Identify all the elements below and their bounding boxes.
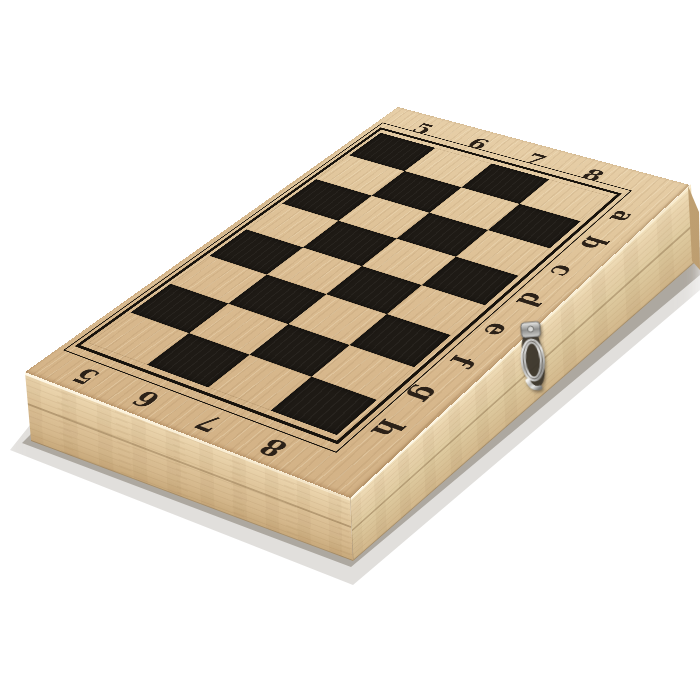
clasp-icon xyxy=(508,316,560,408)
product-photo: hgfedcba56785678 xyxy=(0,0,700,700)
